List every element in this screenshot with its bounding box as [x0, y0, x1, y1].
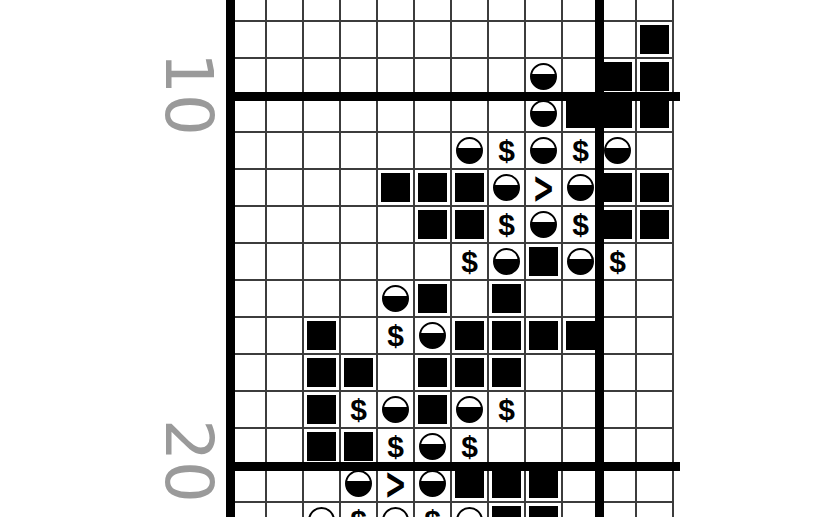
cell-r9-c6 [415, 22, 452, 59]
cell-r10-c12 [637, 59, 674, 96]
cell-r11-c2 [267, 96, 304, 133]
black-square-symbol [418, 173, 447, 202]
cell-r13-c8 [489, 170, 526, 207]
cell-r9-c4 [341, 22, 378, 59]
cell-r9-c9 [526, 22, 563, 59]
cell-r19-c9 [526, 392, 563, 429]
half-circle-symbol [493, 248, 520, 275]
cell-r13-c3 [304, 170, 341, 207]
cell-r11-c7 [452, 96, 489, 133]
cell-r22-c6: $ [415, 503, 452, 517]
cell-r18-c4 [341, 355, 378, 392]
black-square-symbol [529, 469, 558, 498]
dollar-symbol: $ [498, 210, 515, 240]
half-circle-symbol [308, 507, 335, 517]
cell-r15-c3 [304, 244, 341, 281]
cell-r13-c5 [378, 170, 415, 207]
cell-r9-c1 [230, 22, 267, 59]
cell-r11-c8 [489, 96, 526, 133]
black-square-symbol [492, 469, 521, 498]
thick-gridline-vertical-left [226, 0, 235, 517]
black-square-symbol [640, 210, 669, 239]
cell-r14-c1 [230, 207, 267, 244]
black-square-symbol [566, 321, 595, 350]
cell-r9-c2 [267, 22, 304, 59]
dollar-symbol: $ [498, 136, 515, 166]
cell-r17-c9 [526, 318, 563, 355]
cell-r18-c12 [637, 355, 674, 392]
thick-gridline-row-20 [226, 462, 680, 471]
cell-r22-c9 [526, 503, 563, 517]
cell-r14-c12 [637, 207, 674, 244]
cell-r12-c7 [452, 133, 489, 170]
cell-r18-c3 [304, 355, 341, 392]
cell-r15-c1 [230, 244, 267, 281]
black-square-symbol [492, 506, 521, 517]
cell-r12-c3 [304, 133, 341, 170]
cell-r8-c7 [452, 0, 489, 22]
cell-r19-c5 [378, 392, 415, 429]
cell-r9-c8 [489, 22, 526, 59]
cell-r21-c4 [341, 466, 378, 503]
half-circle-symbol [419, 322, 446, 349]
cell-r12-c12 [637, 133, 674, 170]
dollar-symbol: $ [572, 136, 589, 166]
thick-gridline-row-10 [226, 92, 680, 101]
cell-r22-c4: $ [341, 503, 378, 517]
cell-r8-c9 [526, 0, 563, 22]
cell-r15-c4 [341, 244, 378, 281]
cell-r15-c12 [637, 244, 674, 281]
cell-r16-c2 [267, 281, 304, 318]
cell-r16-c5 [378, 281, 415, 318]
dollar-symbol: $ [498, 395, 515, 425]
cell-r8-c12 [637, 0, 674, 22]
cell-r17-c1 [230, 318, 267, 355]
black-square-symbol [455, 469, 484, 498]
cell-r10-c8 [489, 59, 526, 96]
cell-r21-c8 [489, 466, 526, 503]
cell-r13-c4 [341, 170, 378, 207]
half-circle-symbol [604, 137, 631, 164]
cell-r10-c11 [600, 59, 637, 96]
cell-r18-c11 [600, 355, 637, 392]
cell-r17-c5: $ [378, 318, 415, 355]
cell-r16-c7 [452, 281, 489, 318]
black-square-symbol [455, 210, 484, 239]
cell-r14-c4 [341, 207, 378, 244]
cell-r12-c6 [415, 133, 452, 170]
cell-r19-c8: $ [489, 392, 526, 429]
half-circle-symbol [530, 100, 557, 127]
dollar-symbol: $ [572, 210, 589, 240]
cell-r11-c11 [600, 96, 637, 133]
cell-r11-c9 [526, 96, 563, 133]
half-circle-symbol [493, 174, 520, 201]
cell-r8-c11 [600, 0, 637, 22]
cell-r19-c6 [415, 392, 452, 429]
cell-r17-c12 [637, 318, 674, 355]
cell-r19-c11 [600, 392, 637, 429]
cell-r9-c3 [304, 22, 341, 59]
cell-r19-c4: $ [341, 392, 378, 429]
cell-r21-c7 [452, 466, 489, 503]
cell-r20-c12 [637, 429, 674, 466]
cell-r16-c3 [304, 281, 341, 318]
cell-r13-c2 [267, 170, 304, 207]
half-circle-symbol [419, 470, 446, 497]
cell-r18-c6 [415, 355, 452, 392]
cell-r13-c7 [452, 170, 489, 207]
half-circle-symbol [456, 137, 483, 164]
half-circle-symbol [567, 174, 594, 201]
cell-r22-c11 [600, 503, 637, 517]
cell-r18-c5 [378, 355, 415, 392]
cell-r15-c7: $ [452, 244, 489, 281]
cell-r15-c5 [378, 244, 415, 281]
half-circle-symbol [530, 211, 557, 238]
cell-r20-c6 [415, 429, 452, 466]
cell-r10-c1 [230, 59, 267, 96]
cell-r8-c6 [415, 0, 452, 22]
half-circle-symbol [567, 248, 594, 275]
cell-r20-c2 [267, 429, 304, 466]
half-circle-symbol [456, 507, 483, 517]
black-square-symbol [307, 321, 336, 350]
cell-r13-c9: > [526, 170, 563, 207]
cell-r8-c8 [489, 0, 526, 22]
cell-r12-c1 [230, 133, 267, 170]
cell-r11-c5 [378, 96, 415, 133]
cell-r19-c3 [304, 392, 341, 429]
cell-r13-c6 [415, 170, 452, 207]
half-circle-symbol [382, 396, 409, 423]
cell-r11-c12 [637, 96, 674, 133]
dollar-symbol: $ [424, 506, 441, 517]
black-square-symbol [640, 173, 669, 202]
cell-r16-c1 [230, 281, 267, 318]
cell-r16-c8 [489, 281, 526, 318]
black-square-symbol [492, 284, 521, 313]
cell-r10-c7 [452, 59, 489, 96]
dollar-symbol: $ [350, 395, 367, 425]
half-circle-symbol [530, 63, 557, 90]
black-square-symbol [344, 358, 373, 387]
cell-r22-c12 [637, 503, 674, 517]
cell-r9-c7 [452, 22, 489, 59]
cell-r16-c9 [526, 281, 563, 318]
cell-r12-c11 [600, 133, 637, 170]
black-square-symbol [640, 25, 669, 54]
black-square-symbol [455, 321, 484, 350]
cell-r19-c7 [452, 392, 489, 429]
cell-r18-c7 [452, 355, 489, 392]
cell-r10-c3 [304, 59, 341, 96]
cell-r8-c1 [230, 0, 267, 22]
cell-r13-c11 [600, 170, 637, 207]
cell-r17-c4 [341, 318, 378, 355]
cell-r21-c9 [526, 466, 563, 503]
cell-r20-c1 [230, 429, 267, 466]
black-square-symbol [492, 358, 521, 387]
black-square-symbol [418, 284, 447, 313]
cell-r15-c9 [526, 244, 563, 281]
cell-r12-c4 [341, 133, 378, 170]
cell-r18-c1 [230, 355, 267, 392]
cell-r22-c2 [267, 503, 304, 517]
cell-r15-c11: $ [600, 244, 637, 281]
cell-r14-c7 [452, 207, 489, 244]
half-circle-symbol [345, 470, 372, 497]
black-square-symbol [455, 358, 484, 387]
black-square-symbol [603, 210, 632, 239]
cell-r21-c2 [267, 466, 304, 503]
cell-r21-c12 [637, 466, 674, 503]
cell-r19-c2 [267, 392, 304, 429]
black-square-symbol [603, 173, 632, 202]
black-square-symbol [344, 432, 373, 461]
black-square-symbol [307, 358, 336, 387]
cell-r9-c11 [600, 22, 637, 59]
cell-r13-c12 [637, 170, 674, 207]
cell-r10-c4 [341, 59, 378, 96]
cell-r20-c7: $ [452, 429, 489, 466]
cell-r14-c8: $ [489, 207, 526, 244]
cell-r10-c2 [267, 59, 304, 96]
cell-r19-c12 [637, 392, 674, 429]
cell-r20-c8 [489, 429, 526, 466]
black-square-symbol [455, 173, 484, 202]
half-circle-symbol [382, 285, 409, 312]
cell-r10-c9 [526, 59, 563, 96]
cell-r15-c6 [415, 244, 452, 281]
dollar-symbol: $ [461, 432, 478, 462]
black-square-symbol [381, 173, 410, 202]
cell-r17-c8 [489, 318, 526, 355]
black-square-symbol [418, 210, 447, 239]
cell-r21-c3 [304, 466, 341, 503]
dollar-symbol: $ [609, 247, 626, 277]
cell-r18-c2 [267, 355, 304, 392]
half-circle-symbol [456, 396, 483, 423]
cell-r16-c4 [341, 281, 378, 318]
black-square-symbol [529, 506, 558, 517]
cell-r21-c11 [600, 466, 637, 503]
cell-r13-c1 [230, 170, 267, 207]
black-square-symbol [603, 62, 632, 91]
cell-r18-c9 [526, 355, 563, 392]
black-square-symbol [529, 321, 558, 350]
cell-r15-c2 [267, 244, 304, 281]
cell-r17-c11 [600, 318, 637, 355]
cell-r22-c3 [304, 503, 341, 517]
dollar-symbol: $ [461, 247, 478, 277]
cell-r14-c5 [378, 207, 415, 244]
cell-r14-c9 [526, 207, 563, 244]
cell-r21-c5: > [378, 466, 415, 503]
cell-r8-c2 [267, 0, 304, 22]
black-square-symbol [640, 62, 669, 91]
thick-gridline-vertical-right [595, 0, 604, 517]
cell-r8-c3 [304, 0, 341, 22]
black-square-symbol [307, 432, 336, 461]
cell-r16-c6 [415, 281, 452, 318]
dollar-symbol: $ [387, 321, 404, 351]
cell-r14-c2 [267, 207, 304, 244]
cell-r12-c5 [378, 133, 415, 170]
dollar-symbol: $ [350, 506, 367, 517]
cell-r12-c8: $ [489, 133, 526, 170]
cell-r17-c3 [304, 318, 341, 355]
cell-r17-c2 [267, 318, 304, 355]
cell-r22-c1 [230, 503, 267, 517]
cell-r15-c8 [489, 244, 526, 281]
cell-r17-c6 [415, 318, 452, 355]
black-square-symbol [492, 321, 521, 350]
cell-r19-c1 [230, 392, 267, 429]
cell-r8-c5 [378, 0, 415, 22]
cell-r11-c4 [341, 96, 378, 133]
cell-r22-c7 [452, 503, 489, 517]
black-square-symbol [418, 358, 447, 387]
cell-r8-c4 [341, 0, 378, 22]
cell-r9-c5 [378, 22, 415, 59]
cell-r20-c3 [304, 429, 341, 466]
cell-r22-c8 [489, 503, 526, 517]
cell-r11-c3 [304, 96, 341, 133]
cell-r11-c1 [230, 96, 267, 133]
cell-r20-c9 [526, 429, 563, 466]
cell-r12-c2 [267, 133, 304, 170]
black-square-symbol [566, 99, 595, 128]
cell-r21-c1 [230, 466, 267, 503]
cell-r10-c5 [378, 59, 415, 96]
cell-r16-c11 [600, 281, 637, 318]
cell-r18-c8 [489, 355, 526, 392]
cell-r11-c6 [415, 96, 452, 133]
cell-r9-c12 [637, 22, 674, 59]
cell-r14-c11 [600, 207, 637, 244]
half-circle-symbol [382, 507, 409, 517]
cell-r20-c11 [600, 429, 637, 466]
black-square-symbol [529, 247, 558, 276]
cell-r20-c4 [341, 429, 378, 466]
black-square-symbol [640, 99, 669, 128]
black-square-symbol [307, 395, 336, 424]
cell-r14-c3 [304, 207, 341, 244]
black-square-symbol [603, 99, 632, 128]
pattern-grid: $$>$$$$$$$$$>$$ [230, 0, 674, 517]
black-square-symbol [418, 395, 447, 424]
half-circle-symbol [530, 137, 557, 164]
half-circle-symbol [419, 433, 446, 460]
chevron-symbol: > [532, 166, 554, 210]
cell-r14-c6 [415, 207, 452, 244]
cell-r16-c12 [637, 281, 674, 318]
cell-r10-c6 [415, 59, 452, 96]
cell-r17-c7 [452, 318, 489, 355]
cell-r21-c6 [415, 466, 452, 503]
